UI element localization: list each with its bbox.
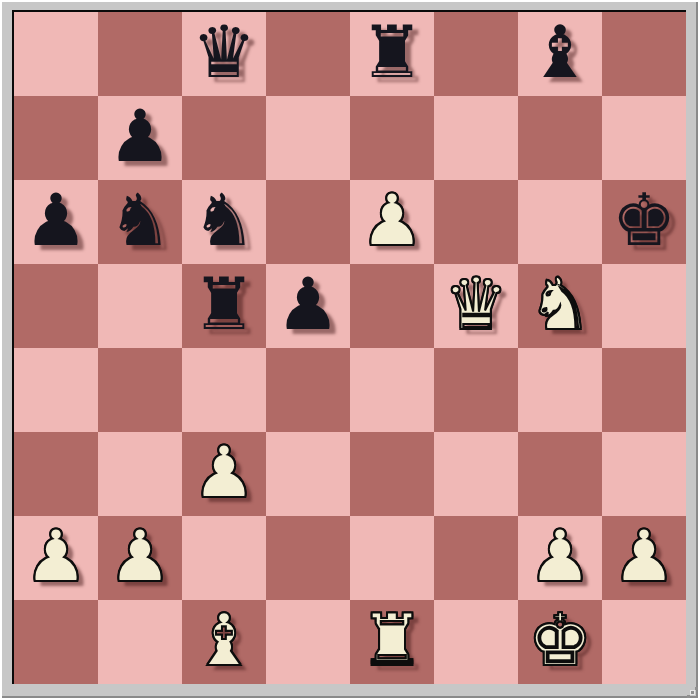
square-e3[interactable]	[350, 432, 434, 516]
square-b1[interactable]	[98, 600, 182, 684]
square-a6[interactable]: ♟	[14, 180, 98, 264]
square-e7[interactable]	[350, 96, 434, 180]
piece-white-pawn[interactable]: ♟	[518, 516, 602, 600]
square-a4[interactable]	[14, 348, 98, 432]
square-e5[interactable]	[350, 264, 434, 348]
square-c5[interactable]: ♜	[182, 264, 266, 348]
square-a7[interactable]	[14, 96, 98, 180]
square-d5[interactable]: ♟	[266, 264, 350, 348]
square-f4[interactable]	[434, 348, 518, 432]
square-f2[interactable]	[434, 516, 518, 600]
piece-white-pawn[interactable]: ♟	[14, 516, 98, 600]
square-b7[interactable]: ♟	[98, 96, 182, 180]
piece-black-pawn[interactable]: ♟	[266, 264, 350, 348]
square-f3[interactable]	[434, 432, 518, 516]
square-b2[interactable]: ♟	[98, 516, 182, 600]
piece-black-rook[interactable]: ♜	[182, 264, 266, 348]
square-g5[interactable]: ♞	[518, 264, 602, 348]
square-c4[interactable]	[182, 348, 266, 432]
square-d1[interactable]	[266, 600, 350, 684]
square-h1[interactable]	[602, 600, 686, 684]
square-b3[interactable]	[98, 432, 182, 516]
square-d3[interactable]	[266, 432, 350, 516]
piece-white-queen[interactable]: ♛	[434, 264, 518, 348]
square-g2[interactable]: ♟	[518, 516, 602, 600]
piece-black-knight[interactable]: ♞	[182, 180, 266, 264]
square-d7[interactable]	[266, 96, 350, 180]
piece-black-knight[interactable]: ♞	[98, 180, 182, 264]
square-d4[interactable]	[266, 348, 350, 432]
square-f8[interactable]	[434, 12, 518, 96]
piece-black-bishop[interactable]: ♝	[518, 12, 602, 96]
chess-app-window: ♛♜♝♟♟♞♞♟♚♜♟♛♞♟♟♟♟♟♝♜♚	[0, 0, 698, 698]
square-a5[interactable]	[14, 264, 98, 348]
square-c2[interactable]	[182, 516, 266, 600]
square-f5[interactable]: ♛	[434, 264, 518, 348]
square-g8[interactable]: ♝	[518, 12, 602, 96]
square-h2[interactable]: ♟	[602, 516, 686, 600]
piece-white-pawn[interactable]: ♟	[350, 180, 434, 264]
square-a3[interactable]	[14, 432, 98, 516]
square-b6[interactable]: ♞	[98, 180, 182, 264]
piece-white-bishop[interactable]: ♝	[182, 600, 266, 684]
square-e2[interactable]	[350, 516, 434, 600]
square-c7[interactable]	[182, 96, 266, 180]
square-d8[interactable]	[266, 12, 350, 96]
square-h4[interactable]	[602, 348, 686, 432]
square-h5[interactable]	[602, 264, 686, 348]
piece-black-pawn[interactable]: ♟	[14, 180, 98, 264]
square-g1[interactable]: ♚	[518, 600, 602, 684]
square-a8[interactable]	[14, 12, 98, 96]
square-c6[interactable]: ♞	[182, 180, 266, 264]
square-g6[interactable]	[518, 180, 602, 264]
square-g7[interactable]	[518, 96, 602, 180]
square-b5[interactable]	[98, 264, 182, 348]
piece-black-pawn[interactable]: ♟	[98, 96, 182, 180]
piece-white-pawn[interactable]: ♟	[98, 516, 182, 600]
square-c3[interactable]: ♟	[182, 432, 266, 516]
square-f7[interactable]	[434, 96, 518, 180]
resize-grip-icon[interactable]	[691, 691, 694, 694]
piece-white-rook[interactable]: ♜	[350, 600, 434, 684]
piece-black-rook[interactable]: ♜	[350, 12, 434, 96]
square-c8[interactable]: ♛	[182, 12, 266, 96]
square-e1[interactable]: ♜	[350, 600, 434, 684]
piece-white-king[interactable]: ♚	[518, 600, 602, 684]
square-e4[interactable]	[350, 348, 434, 432]
square-c1[interactable]: ♝	[182, 600, 266, 684]
square-a1[interactable]	[14, 600, 98, 684]
square-h3[interactable]	[602, 432, 686, 516]
square-b4[interactable]	[98, 348, 182, 432]
square-f1[interactable]	[434, 600, 518, 684]
piece-white-pawn[interactable]: ♟	[602, 516, 686, 600]
square-h7[interactable]	[602, 96, 686, 180]
piece-white-pawn[interactable]: ♟	[182, 432, 266, 516]
square-e6[interactable]: ♟	[350, 180, 434, 264]
square-a2[interactable]: ♟	[14, 516, 98, 600]
square-h8[interactable]	[602, 12, 686, 96]
square-g4[interactable]	[518, 348, 602, 432]
square-e8[interactable]: ♜	[350, 12, 434, 96]
square-b8[interactable]	[98, 12, 182, 96]
square-g3[interactable]	[518, 432, 602, 516]
square-f6[interactable]	[434, 180, 518, 264]
piece-black-king[interactable]: ♚	[602, 180, 686, 264]
piece-white-knight[interactable]: ♞	[518, 264, 602, 348]
chess-board: ♛♜♝♟♟♞♞♟♚♜♟♛♞♟♟♟♟♟♝♜♚	[12, 10, 686, 684]
square-d2[interactable]	[266, 516, 350, 600]
square-d6[interactable]	[266, 180, 350, 264]
piece-black-queen[interactable]: ♛	[182, 12, 266, 96]
square-h6[interactable]: ♚	[602, 180, 686, 264]
